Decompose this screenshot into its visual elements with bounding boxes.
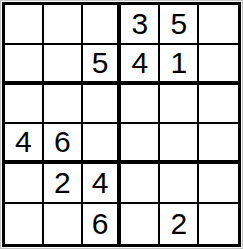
cell-r6c3: 6 (83, 204, 122, 244)
cell-r1c6[interactable] (199, 5, 238, 45)
cell-r3c6[interactable] (199, 85, 238, 125)
cell-r4c5[interactable] (160, 124, 199, 164)
cell-r6c1[interactable] (5, 204, 44, 244)
cell-r6c6[interactable] (199, 204, 238, 244)
cell-r2c3: 5 (83, 45, 122, 85)
cell-r4c2: 6 (44, 124, 83, 164)
cell-r2c4: 4 (121, 45, 160, 85)
cell-r2c1[interactable] (5, 45, 44, 85)
cell-r6c4[interactable] (121, 204, 160, 244)
cell-r3c4[interactable] (121, 85, 160, 125)
cell-r3c2[interactable] (44, 85, 83, 125)
cell-r6c2[interactable] (44, 204, 83, 244)
sudoku-grid: 35541462462 (2, 2, 241, 247)
cell-r4c6[interactable] (199, 124, 238, 164)
cell-r3c5[interactable] (160, 85, 199, 125)
cell-r2c2[interactable] (44, 45, 83, 85)
cell-r5c4[interactable] (121, 164, 160, 204)
cell-r4c4[interactable] (121, 124, 160, 164)
cell-r5c2: 2 (44, 164, 83, 204)
cell-r4c3[interactable] (83, 124, 122, 164)
cell-r1c5: 5 (160, 5, 199, 45)
cell-r5c5[interactable] (160, 164, 199, 204)
cell-r4c1: 4 (5, 124, 44, 164)
cell-r1c4: 3 (121, 5, 160, 45)
cell-r2c6[interactable] (199, 45, 238, 85)
cell-r3c3[interactable] (83, 85, 122, 125)
cell-r3c1[interactable] (5, 85, 44, 125)
sudoku-board-frame: 35541462462 (0, 0, 243, 249)
cell-r5c3: 4 (83, 164, 122, 204)
cell-r1c2[interactable] (44, 5, 83, 45)
cell-r1c3[interactable] (83, 5, 122, 45)
cell-r2c5: 1 (160, 45, 199, 85)
cell-r6c5: 2 (160, 204, 199, 244)
cell-r5c1[interactable] (5, 164, 44, 204)
cell-r1c1[interactable] (5, 5, 44, 45)
cell-r5c6[interactable] (199, 164, 238, 204)
